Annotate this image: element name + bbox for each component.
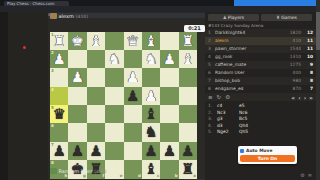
move-nav-controls: «‹›» xyxy=(291,94,313,101)
square-f2[interactable] xyxy=(87,50,105,68)
square-g1[interactable]: ♚ xyxy=(68,32,86,50)
nav-last-icon[interactable]: » xyxy=(309,94,313,101)
standings-rank: 8 xyxy=(208,86,215,91)
square-e4[interactable] xyxy=(105,87,123,105)
left-sidebar xyxy=(0,12,48,180)
move-san[interactable]: Qh5 xyxy=(239,129,261,136)
square-e5[interactable] xyxy=(105,105,123,123)
corner-icons: ⚙≡ xyxy=(300,172,312,178)
square-e7[interactable] xyxy=(105,142,123,160)
standings-rt: 410 xyxy=(283,38,301,43)
square-a3[interactable] xyxy=(179,68,197,86)
standings-sc: 12 xyxy=(301,30,313,35)
square-f5[interactable] xyxy=(87,105,105,123)
square-d3[interactable]: ♟ xyxy=(124,68,142,86)
standings-nm: bishop_bob xyxy=(215,78,283,83)
scrollbar-thumb[interactable] xyxy=(316,12,320,50)
tab-games[interactable]: ♜Games xyxy=(261,14,312,21)
nav-first-icon[interactable]: « xyxy=(291,94,295,101)
tab-games-label: Games xyxy=(281,15,297,20)
settings-icon[interactable]: ⚙ xyxy=(225,94,230,100)
standings-list: 1DarkKnight641820122alexm410113pawn_stor… xyxy=(205,29,316,93)
tournament-title: #143 Crazy Sunday Arena xyxy=(208,23,312,28)
square-g2[interactable] xyxy=(68,50,86,68)
square-c7[interactable]: ♟ xyxy=(142,142,160,160)
square-b5[interactable] xyxy=(160,105,178,123)
flip-board-icon[interactable]: ↻ xyxy=(217,94,222,100)
square-d4[interactable]: ♟ xyxy=(124,87,142,105)
square-c4[interactable]: ♟ xyxy=(142,87,160,105)
standings-rank: 1 xyxy=(208,30,215,35)
square-f4[interactable] xyxy=(87,87,105,105)
standings-rt: 1310 xyxy=(283,54,301,59)
square-a2[interactable]: ♝ xyxy=(179,50,197,68)
square-b7[interactable]: ♟ xyxy=(160,142,178,160)
square-a5[interactable] xyxy=(179,105,197,123)
square-b1[interactable] xyxy=(160,32,178,50)
standings-sc: 10 xyxy=(301,54,313,59)
piece-wN[interactable]: ♞ xyxy=(105,50,123,68)
square-h7[interactable]: 7♟ xyxy=(50,142,68,160)
rank-label: 8 xyxy=(51,161,54,165)
square-g3[interactable]: ♟ xyxy=(68,68,86,86)
standings-nm: DarkKnight64 xyxy=(215,30,283,35)
square-d2[interactable] xyxy=(124,50,142,68)
standings-nm: Random User xyxy=(215,70,283,75)
checkbox-icon[interactable] xyxy=(240,149,244,153)
standings-rank: 3 xyxy=(208,46,215,51)
piece-bP[interactable]: ♟ xyxy=(68,142,86,160)
tab-players[interactable]: ♟Players xyxy=(208,14,259,21)
bottom-player-rating: (400) xyxy=(94,169,106,174)
square-c6[interactable]: ♞ xyxy=(142,123,160,141)
standings-rt: 1275 xyxy=(283,62,301,67)
square-h3[interactable]: 3 xyxy=(50,68,68,86)
standings-nm: gg_rook xyxy=(215,54,283,59)
standings-nm: pawn_stormer xyxy=(215,46,283,51)
standings-row[interactable]: 4gg_rook131010 xyxy=(205,53,316,61)
left-edge xyxy=(0,12,8,180)
top-player-rating: (410) xyxy=(76,14,88,19)
standings-rank: 6 xyxy=(208,70,215,75)
standings-sc: 8 xyxy=(301,70,313,75)
square-b3[interactable] xyxy=(160,68,178,86)
piece-bN[interactable]: ♞ xyxy=(142,123,160,141)
standings-sc: 11 xyxy=(301,38,313,43)
piece-bP[interactable]: ♟ xyxy=(87,142,105,160)
auto-move-popup: Auto Move Turn On xyxy=(238,146,297,164)
toolbar-icons: ≡↻⚙ xyxy=(208,94,230,100)
square-h5[interactable]: 5♛ xyxy=(50,105,68,123)
gear-icon[interactable]: ⚙ xyxy=(300,172,304,178)
piece-wP[interactable]: ♟ xyxy=(142,87,160,105)
piece-wN[interactable]: ♞ xyxy=(142,50,160,68)
standings-rt: 1544 xyxy=(283,46,301,51)
standings-rank: 4 xyxy=(208,54,215,59)
square-f7[interactable]: ♟ xyxy=(87,142,105,160)
square-g7[interactable]: ♟ xyxy=(68,142,86,160)
standings-row[interactable]: 3pawn_stormer154411 xyxy=(205,45,316,53)
standings-rt: 870 xyxy=(283,86,301,91)
square-g5[interactable] xyxy=(68,105,86,123)
popup-title: Auto Move xyxy=(246,148,272,153)
standings-rt: 980 xyxy=(283,78,301,83)
square-b6[interactable] xyxy=(160,123,178,141)
top-player-avatar[interactable] xyxy=(50,13,57,20)
square-f6[interactable] xyxy=(87,123,105,141)
square-b4[interactable] xyxy=(160,87,178,105)
chess-board[interactable]: 1♜♚♝♛♝♜2♟♞♞♟♝3♟♟4♟♟5♛♝6♞7♟♟♟♟♟♟8hg♚f♜edc… xyxy=(50,32,197,179)
square-c2[interactable]: ♞ xyxy=(142,50,160,68)
chess-app: alexm (410) 0:21 1♜♚♝♛♝♜2♟♞♞♟♝3♟♟4♟♟5♛♝6… xyxy=(0,12,316,180)
standings-sc: 9 xyxy=(301,62,313,67)
piece-bP[interactable]: ♟ xyxy=(160,142,178,160)
rank-label: 6 xyxy=(51,124,54,128)
standings-rank: 2 xyxy=(208,38,215,43)
standings-row[interactable]: 5caffeine_mate12759 xyxy=(205,61,316,69)
piece-wP[interactable]: ♟ xyxy=(124,68,142,86)
standings-sc: 7 xyxy=(301,86,313,91)
square-e1[interactable] xyxy=(105,32,123,50)
square-c5[interactable]: ♝ xyxy=(142,105,160,123)
nav-next-icon[interactable]: › xyxy=(304,94,306,101)
piece-wB[interactable]: ♝ xyxy=(87,32,105,50)
top-player-clock: 0:21 xyxy=(184,25,205,32)
standings-row[interactable]: 2alexm41011 xyxy=(205,37,316,45)
tab-players-label: Players xyxy=(228,15,244,20)
square-g6[interactable] xyxy=(68,123,86,141)
pawn-icon: ♟ xyxy=(223,15,227,20)
standings-rank: 7 xyxy=(208,78,215,83)
bottom-player-name[interactable]: Random User xyxy=(59,168,93,174)
top-player-bar: alexm (410) xyxy=(50,12,205,20)
move-row: 5.Nge2Qh5 xyxy=(208,129,292,136)
list-icon[interactable]: ≡ xyxy=(308,172,312,178)
standings-sc: 11 xyxy=(301,46,313,51)
square-h6[interactable]: 6 xyxy=(50,123,68,141)
popup-cta-button[interactable]: Turn On xyxy=(240,155,295,162)
piece-wB[interactable]: ♝ xyxy=(179,50,197,68)
rook-icon: ♜ xyxy=(276,15,280,20)
standings-row[interactable]: 7bishop_bob9808 xyxy=(205,77,316,85)
piece-wP[interactable]: ♟ xyxy=(68,68,86,86)
standings-row[interactable]: 8endgame_ed8707 xyxy=(205,85,316,93)
square-b2[interactable]: ♟ xyxy=(160,50,178,68)
piece-bQ[interactable]: ♛ xyxy=(50,105,68,123)
piece-wQ[interactable]: ♛ xyxy=(124,32,142,50)
piece-wR[interactable]: ♜ xyxy=(50,32,68,50)
standings-rank: 5 xyxy=(208,62,215,67)
piece-wP[interactable]: ♟ xyxy=(160,50,178,68)
square-e6[interactable] xyxy=(105,123,123,141)
square-a6[interactable] xyxy=(179,123,197,141)
square-h4[interactable]: 4 xyxy=(50,87,68,105)
menu-icon[interactable]: ≡ xyxy=(208,94,213,100)
standings-nm: endgame_ed xyxy=(215,86,283,91)
top-player-name[interactable]: alexm xyxy=(59,13,74,19)
rank-label: 3 xyxy=(51,69,54,73)
square-d1[interactable]: ♛ xyxy=(124,32,142,50)
square-f3[interactable] xyxy=(87,68,105,86)
square-a7[interactable]: ♟ xyxy=(179,142,197,160)
bottom-player-bar: Random User (400) xyxy=(50,166,205,176)
piece-bP[interactable]: ♟ xyxy=(50,142,68,160)
square-g4[interactable] xyxy=(68,87,86,105)
standings-row[interactable]: 6Random User4008 xyxy=(205,69,316,77)
square-d5[interactable] xyxy=(124,105,142,123)
standings-rt: 400 xyxy=(283,70,301,75)
square-d7[interactable] xyxy=(124,142,142,160)
square-e2[interactable]: ♞ xyxy=(105,50,123,68)
piece-bB[interactable]: ♝ xyxy=(142,105,160,123)
piece-wP[interactable]: ♟ xyxy=(50,50,68,68)
notification-dot-icon xyxy=(23,46,26,49)
browser-scrollbar[interactable] xyxy=(316,0,320,180)
panel-tabs: ♟Players ♜Games xyxy=(208,14,312,21)
square-d6[interactable] xyxy=(124,123,142,141)
square-a4[interactable] xyxy=(179,87,197,105)
square-c1[interactable]: ♝ xyxy=(142,32,160,50)
sidebar-panel: ♟Players ♜Games #143 Crazy Sunday Arena … xyxy=(205,12,316,180)
piece-bP[interactable]: ♟ xyxy=(179,142,197,160)
square-h2[interactable]: 2♟ xyxy=(50,50,68,68)
standings-sc: 8 xyxy=(301,78,313,83)
piece-bP[interactable]: ♟ xyxy=(142,142,160,160)
square-c3[interactable] xyxy=(142,68,160,86)
bottom-player-avatar[interactable] xyxy=(50,168,57,175)
standings-nm: alexm xyxy=(215,38,283,43)
square-h1[interactable]: 1♜ xyxy=(50,32,68,50)
square-a1[interactable]: ♜ xyxy=(179,32,197,50)
standings-row[interactable]: 1DarkKnight64182012 xyxy=(205,29,316,37)
bottom-player-clock: 0:15 xyxy=(184,179,205,180)
move-san[interactable]: Nge2 xyxy=(217,129,239,136)
panel-toolbar: ≡↻⚙ «‹›» xyxy=(205,93,316,101)
move-number: 5. xyxy=(208,129,217,136)
square-f1[interactable]: ♝ xyxy=(87,32,105,50)
square-e3[interactable] xyxy=(105,68,123,86)
move-list: 1.c4e52.Nc3Nc63.g3Bc54.d3Qh45.Nge2Qh5 xyxy=(208,103,292,136)
piece-wK[interactable]: ♚ xyxy=(68,32,86,50)
standings-nm: caffeine_mate xyxy=(215,62,283,67)
nav-prev-icon[interactable]: ‹ xyxy=(298,94,300,101)
rank-label: 4 xyxy=(51,88,54,92)
standings-rt: 1820 xyxy=(283,30,301,35)
piece-wB[interactable]: ♝ xyxy=(142,32,160,50)
piece-bP[interactable]: ♟ xyxy=(124,87,142,105)
piece-wR[interactable]: ♜ xyxy=(179,32,197,50)
